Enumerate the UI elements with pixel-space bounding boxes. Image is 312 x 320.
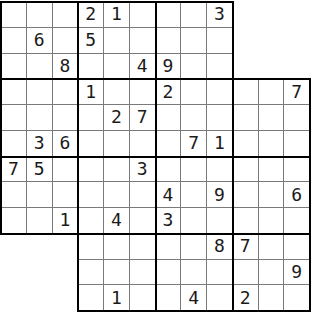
cell-r1c3[interactable] — [53, 2, 79, 28]
void-cell — [259, 2, 285, 28]
cell-r3c2[interactable] — [27, 54, 53, 80]
box-line-vertical-grid-b-0 — [77, 78, 79, 312]
cell-r12c5[interactable]: 1 — [104, 285, 130, 311]
cell-r11c5[interactable] — [104, 260, 130, 286]
cell-r9c4[interactable] — [78, 208, 104, 234]
cell-r5c1[interactable] — [1, 105, 27, 131]
cell-r7c10[interactable] — [233, 157, 259, 183]
box-line-vertical-grid-b-6 — [232, 78, 234, 312]
cell-r4c1[interactable] — [1, 79, 27, 105]
cell-r5c2[interactable] — [27, 105, 53, 131]
cell-r10c7[interactable] — [156, 234, 182, 260]
cell-r8c4[interactable] — [78, 182, 104, 208]
cell-r5c5[interactable]: 2 — [104, 105, 130, 131]
cell-r11c10[interactable] — [233, 260, 259, 286]
cell-r4c6[interactable] — [130, 79, 156, 105]
cell-r3c9[interactable] — [207, 54, 233, 80]
cell-r7c5[interactable] — [104, 157, 130, 183]
void-cell — [27, 260, 53, 286]
cell-r10c8[interactable] — [181, 234, 207, 260]
cell-r9c7[interactable]: 3 — [156, 208, 182, 234]
cell-r6c3[interactable]: 6 — [53, 131, 79, 157]
box-line-vertical-grid-a-0 — [0, 1, 2, 235]
cell-r10c11[interactable] — [259, 234, 285, 260]
cell-r7c4[interactable] — [78, 157, 104, 183]
cell-r7c12[interactable] — [284, 157, 310, 183]
cell-r2c8[interactable] — [181, 28, 207, 54]
void-cell — [53, 285, 79, 311]
cell-r11c7[interactable] — [156, 260, 182, 286]
cell-r10c12[interactable] — [284, 234, 310, 260]
cell-r7c8[interactable] — [181, 157, 207, 183]
cell-r12c6[interactable] — [130, 285, 156, 311]
cell-r5c8[interactable] — [181, 105, 207, 131]
cell-r4c3[interactable] — [53, 79, 79, 105]
cell-r3c3[interactable]: 8 — [53, 54, 79, 80]
cell-r9c8[interactable] — [181, 208, 207, 234]
cell-r2c2[interactable]: 6 — [27, 28, 53, 54]
cell-r7c6[interactable]: 3 — [130, 157, 156, 183]
cell-r6c1[interactable] — [1, 131, 27, 157]
cell-r1c5[interactable]: 1 — [104, 2, 130, 28]
cell-r3c7[interactable]: 9 — [156, 54, 182, 80]
cell-r11c8[interactable] — [181, 260, 207, 286]
cell-r3c1[interactable] — [1, 54, 27, 80]
sudoku-board: 21365849127273671753496143879142 — [0, 0, 312, 320]
cell-r1c8[interactable] — [181, 2, 207, 28]
cell-r1c4[interactable]: 2 — [78, 2, 104, 28]
cell-r6c8[interactable]: 7 — [181, 131, 207, 157]
void-cell — [53, 260, 79, 286]
box-line-horizontal-grid-b-6 — [77, 233, 311, 235]
cell-r6c4[interactable] — [78, 131, 104, 157]
cell-r7c3[interactable] — [53, 157, 79, 183]
cell-r5c4[interactable] — [78, 105, 104, 131]
cell-r8c7[interactable]: 4 — [156, 182, 182, 208]
cell-r12c4[interactable] — [78, 285, 104, 311]
void-cell — [259, 54, 285, 80]
cell-r2c4[interactable]: 5 — [78, 28, 104, 54]
cell-r9c3[interactable]: 1 — [53, 208, 79, 234]
cell-r7c11[interactable] — [259, 157, 285, 183]
cell-r10c9[interactable]: 8 — [207, 234, 233, 260]
cell-r8c8[interactable] — [181, 182, 207, 208]
void-cell — [233, 28, 259, 54]
cell-r8c12[interactable]: 6 — [284, 182, 310, 208]
cell-r8c10[interactable] — [233, 182, 259, 208]
cell-r11c6[interactable] — [130, 260, 156, 286]
cell-r1c9[interactable]: 3 — [207, 2, 233, 28]
cell-r4c12[interactable]: 7 — [284, 79, 310, 105]
cell-r10c6[interactable] — [130, 234, 156, 260]
cell-r12c9[interactable] — [207, 285, 233, 311]
void-cell — [1, 234, 27, 260]
box-line-vertical-grid-b-9 — [309, 78, 311, 312]
cell-r3c5[interactable] — [104, 54, 130, 80]
void-cell — [1, 260, 27, 286]
cell-r1c7[interactable] — [156, 2, 182, 28]
cell-r2c7[interactable] — [156, 28, 182, 54]
cell-r5c6[interactable]: 7 — [130, 105, 156, 131]
cell-r1c2[interactable] — [27, 2, 53, 28]
void-cell — [27, 234, 53, 260]
cell-r6c12[interactable] — [284, 131, 310, 157]
cell-r9c1[interactable] — [1, 208, 27, 234]
cell-r6c6[interactable] — [130, 131, 156, 157]
cell-r5c11[interactable] — [259, 105, 285, 131]
void-cell — [1, 285, 27, 311]
cell-r7c1[interactable]: 7 — [1, 157, 27, 183]
cell-r12c8[interactable]: 4 — [181, 285, 207, 311]
cell-r11c12[interactable]: 9 — [284, 260, 310, 286]
cell-r11c11[interactable] — [259, 260, 285, 286]
cell-r3c8[interactable] — [181, 54, 207, 80]
cell-r9c11[interactable] — [259, 208, 285, 234]
cell-r7c9[interactable] — [207, 157, 233, 183]
cell-r4c11[interactable] — [259, 79, 285, 105]
cell-r6c10[interactable] — [233, 131, 259, 157]
box-line-horizontal-grid-a-0 — [0, 1, 234, 3]
cell-r10c4[interactable] — [78, 234, 104, 260]
cell-r9c2[interactable] — [27, 208, 53, 234]
cell-r10c5[interactable] — [104, 234, 130, 260]
void-cell — [53, 234, 79, 260]
cell-r6c9[interactable]: 1 — [207, 131, 233, 157]
cell-r4c9[interactable] — [207, 79, 233, 105]
cell-r8c1[interactable] — [1, 182, 27, 208]
cell-r2c9[interactable] — [207, 28, 233, 54]
cell-r9c9[interactable] — [207, 208, 233, 234]
cell-r8c6[interactable] — [130, 182, 156, 208]
void-cell — [233, 54, 259, 80]
cell-r7c2[interactable]: 5 — [27, 157, 53, 183]
box-line-horizontal-grid-b-3 — [77, 156, 311, 158]
void-cell — [233, 2, 259, 28]
box-line-horizontal-grid-b-9 — [77, 310, 311, 312]
cell-r6c11[interactable] — [259, 131, 285, 157]
cell-r12c11[interactable] — [259, 285, 285, 311]
cell-r6c2[interactable]: 3 — [27, 131, 53, 157]
cell-r9c6[interactable] — [130, 208, 156, 234]
cell-r8c5[interactable] — [104, 182, 130, 208]
cell-r4c5[interactable] — [104, 79, 130, 105]
void-cell — [27, 285, 53, 311]
cell-r1c6[interactable] — [130, 2, 156, 28]
cell-r8c2[interactable] — [27, 182, 53, 208]
cell-r10c10[interactable]: 7 — [233, 234, 259, 260]
cell-r8c11[interactable] — [259, 182, 285, 208]
cell-r3c6[interactable]: 4 — [130, 54, 156, 80]
cell-r12c12[interactable] — [284, 285, 310, 311]
cell-r5c10[interactable] — [233, 105, 259, 131]
cell-r2c6[interactable] — [130, 28, 156, 54]
void-cell — [259, 28, 285, 54]
box-line-vertical-grid-b-3 — [155, 78, 157, 312]
cell-r7c7[interactable] — [156, 157, 182, 183]
cell-r1c1[interactable] — [1, 2, 27, 28]
cell-r9c12[interactable] — [284, 208, 310, 234]
cell-r11c9[interactable] — [207, 260, 233, 286]
cell-r5c3[interactable] — [53, 105, 79, 131]
cell-r5c7[interactable] — [156, 105, 182, 131]
cell-r12c10[interactable]: 2 — [233, 285, 259, 311]
void-cell — [284, 54, 310, 80]
cell-r9c5[interactable]: 4 — [104, 208, 130, 234]
cell-r4c7[interactable]: 2 — [156, 79, 182, 105]
cell-r4c8[interactable] — [181, 79, 207, 105]
cell-r5c9[interactable] — [207, 105, 233, 131]
cell-r5c12[interactable] — [284, 105, 310, 131]
cell-r4c2[interactable] — [27, 79, 53, 105]
cell-r12c7[interactable] — [156, 285, 182, 311]
cell-r2c5[interactable] — [104, 28, 130, 54]
void-cell — [284, 2, 310, 28]
cell-r4c4[interactable]: 1 — [78, 79, 104, 105]
cell-r4c10[interactable] — [233, 79, 259, 105]
cell-r2c3[interactable] — [53, 28, 79, 54]
cell-r11c4[interactable] — [78, 260, 104, 286]
cell-r9c10[interactable] — [233, 208, 259, 234]
cell-r8c9[interactable]: 9 — [207, 182, 233, 208]
cell-r3c4[interactable] — [78, 54, 104, 80]
cell-r6c5[interactable] — [104, 131, 130, 157]
cell-r2c1[interactable] — [1, 28, 27, 54]
box-line-horizontal-grid-b-0 — [77, 78, 311, 80]
cell-r6c7[interactable] — [156, 131, 182, 157]
void-cell — [284, 28, 310, 54]
cell-r8c3[interactable] — [53, 182, 79, 208]
